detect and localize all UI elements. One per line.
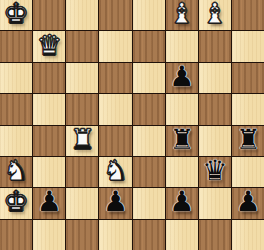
square-d2[interactable]: ♟ bbox=[99, 188, 131, 218]
white-bishop[interactable]: ♝ bbox=[169, 0, 194, 28]
square-h8[interactable] bbox=[232, 0, 264, 30]
square-f6[interactable]: ♟ bbox=[166, 63, 198, 93]
square-a1[interactable] bbox=[0, 220, 32, 250]
square-h7[interactable] bbox=[232, 31, 264, 61]
square-c6[interactable] bbox=[66, 63, 98, 93]
white-bishop[interactable]: ♝ bbox=[202, 0, 227, 28]
square-h3[interactable] bbox=[232, 157, 264, 187]
square-c4[interactable]: ♜ bbox=[66, 126, 98, 156]
square-c2[interactable] bbox=[66, 188, 98, 218]
square-d5[interactable] bbox=[99, 94, 131, 124]
square-b4[interactable] bbox=[33, 126, 65, 156]
square-d3[interactable]: ♞ bbox=[99, 157, 131, 187]
white-knight[interactable]: ♞ bbox=[4, 157, 29, 185]
square-g8[interactable]: ♝ bbox=[199, 0, 231, 30]
square-h5[interactable] bbox=[232, 94, 264, 124]
square-h4[interactable]: ♜ bbox=[232, 126, 264, 156]
black-pawn[interactable]: ♟ bbox=[169, 63, 194, 91]
square-a2[interactable]: ♚ bbox=[0, 188, 32, 218]
white-knight[interactable]: ♞ bbox=[103, 157, 128, 185]
square-e4[interactable] bbox=[133, 126, 165, 156]
square-h2[interactable]: ♟ bbox=[232, 188, 264, 218]
square-a8[interactable]: ♚ bbox=[0, 0, 32, 30]
square-a4[interactable] bbox=[0, 126, 32, 156]
square-f1[interactable] bbox=[166, 220, 198, 250]
white-rook[interactable]: ♜ bbox=[70, 126, 95, 154]
white-king[interactable]: ♚ bbox=[4, 0, 29, 28]
square-c3[interactable] bbox=[66, 157, 98, 187]
black-pawn[interactable]: ♟ bbox=[169, 188, 194, 216]
square-g2[interactable] bbox=[199, 188, 231, 218]
square-e5[interactable] bbox=[133, 94, 165, 124]
square-e6[interactable] bbox=[133, 63, 165, 93]
square-g6[interactable] bbox=[199, 63, 231, 93]
square-f5[interactable] bbox=[166, 94, 198, 124]
square-e7[interactable] bbox=[133, 31, 165, 61]
square-b7[interactable]: ♛ bbox=[33, 31, 65, 61]
square-e1[interactable] bbox=[133, 220, 165, 250]
square-g5[interactable] bbox=[199, 94, 231, 124]
square-b8[interactable] bbox=[33, 0, 65, 30]
square-a5[interactable] bbox=[0, 94, 32, 124]
square-d1[interactable] bbox=[99, 220, 131, 250]
chess-board: ♚♝♝♛♟♜♜♜♞♞♛♚♟♟♟♟ bbox=[0, 0, 264, 250]
square-h6[interactable] bbox=[232, 63, 264, 93]
chess-board-screenshot: ♚♝♝♛♟♜♜♜♞♞♛♚♟♟♟♟ bbox=[0, 0, 264, 250]
square-f3[interactable] bbox=[166, 157, 198, 187]
square-b2[interactable]: ♟ bbox=[33, 188, 65, 218]
square-f4[interactable]: ♜ bbox=[166, 126, 198, 156]
square-e8[interactable] bbox=[133, 0, 165, 30]
square-c7[interactable] bbox=[66, 31, 98, 61]
square-a7[interactable] bbox=[0, 31, 32, 61]
black-pawn[interactable]: ♟ bbox=[37, 188, 62, 216]
black-pawn[interactable]: ♟ bbox=[235, 188, 260, 216]
square-b6[interactable] bbox=[33, 63, 65, 93]
square-a6[interactable] bbox=[0, 63, 32, 93]
square-d4[interactable] bbox=[99, 126, 131, 156]
square-e2[interactable] bbox=[133, 188, 165, 218]
square-d7[interactable] bbox=[99, 31, 131, 61]
black-rook[interactable]: ♜ bbox=[169, 126, 194, 154]
square-f8[interactable]: ♝ bbox=[166, 0, 198, 30]
square-f2[interactable]: ♟ bbox=[166, 188, 198, 218]
square-c5[interactable] bbox=[66, 94, 98, 124]
square-g3[interactable]: ♛ bbox=[199, 157, 231, 187]
square-b5[interactable] bbox=[33, 94, 65, 124]
white-king[interactable]: ♚ bbox=[4, 188, 29, 216]
white-queen[interactable]: ♛ bbox=[37, 32, 62, 60]
square-g4[interactable] bbox=[199, 126, 231, 156]
square-b1[interactable] bbox=[33, 220, 65, 250]
square-d6[interactable] bbox=[99, 63, 131, 93]
square-f7[interactable] bbox=[166, 31, 198, 61]
square-c8[interactable] bbox=[66, 0, 98, 30]
square-g1[interactable] bbox=[199, 220, 231, 250]
black-pawn[interactable]: ♟ bbox=[103, 188, 128, 216]
black-queen[interactable]: ♛ bbox=[202, 157, 227, 185]
square-c1[interactable] bbox=[66, 220, 98, 250]
square-h1[interactable] bbox=[232, 220, 264, 250]
square-d8[interactable] bbox=[99, 0, 131, 30]
square-e3[interactable] bbox=[133, 157, 165, 187]
square-a3[interactable]: ♞ bbox=[0, 157, 32, 187]
square-b3[interactable] bbox=[33, 157, 65, 187]
square-g7[interactable] bbox=[199, 31, 231, 61]
black-rook[interactable]: ♜ bbox=[235, 126, 260, 154]
